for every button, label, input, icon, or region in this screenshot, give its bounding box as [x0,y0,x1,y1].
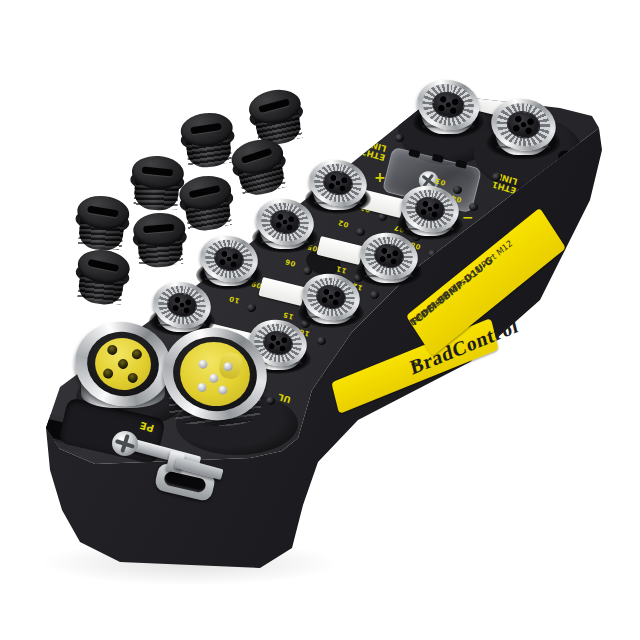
io-led [469,203,478,211]
pf-pin-hole [106,344,118,356]
eth2-port [417,80,480,169]
pm-pin [208,373,218,383]
port-id-label: 11 [335,264,347,274]
port-id-label: 03 [434,176,446,186]
io-port-3 [256,199,314,281]
grounding-screw [112,431,138,456]
power-in-connector [75,322,171,432]
product-photo: +−PEULETH2LINKETH1LINK010203040506070809… [0,0,640,640]
pf-pin-hole [132,348,144,360]
pm-pin [217,385,227,395]
eth1-port [491,99,556,191]
pf-pin-hole [127,373,139,385]
minus-mark: − [462,210,474,225]
protective-cap-2 [178,110,238,173]
pm-pin [198,359,208,369]
io-port-4 [360,233,418,315]
power-out-connector [163,328,267,446]
plus-mark: + [374,170,386,185]
protective-cap-7 [132,212,189,273]
port-id-label: 15 [282,310,294,320]
protective-cap-3 [228,135,293,203]
eth2-link-label: ETH2LINK [360,138,389,162]
pf-pin-hole [117,358,129,370]
io-port-6 [302,274,360,356]
io-port-1 [309,160,367,242]
pm-pin [196,383,206,393]
eth2-led [395,134,404,142]
blank-port-label [258,277,305,306]
pf-pin-hole [102,368,114,380]
protective-cap-8 [71,247,133,312]
